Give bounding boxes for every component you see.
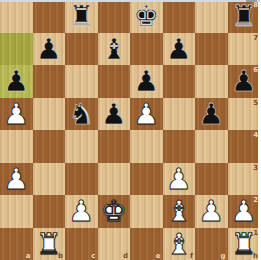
square-e5[interactable]: ♟ (130, 98, 163, 131)
square-c7[interactable] (65, 33, 98, 66)
square-a8[interactable] (0, 0, 33, 33)
page: { "game": "chess", "position": { "fen": … (0, 0, 260, 260)
square-f6[interactable] (163, 65, 196, 98)
square-h3[interactable]: 3 (228, 163, 261, 196)
file-label-d: d (123, 252, 128, 260)
square-e4[interactable] (130, 130, 163, 163)
square-b5[interactable] (33, 98, 66, 131)
square-a7[interactable] (0, 33, 33, 66)
square-b8[interactable] (33, 0, 66, 33)
square-g3[interactable] (195, 163, 228, 196)
square-g7[interactable] (195, 33, 228, 66)
square-c5[interactable]: ♞ (65, 98, 98, 131)
square-h6[interactable]: 6♟ (228, 65, 261, 98)
black-pawn-icon[interactable]: ♟ (166, 34, 192, 64)
square-e1[interactable]: e (130, 228, 163, 260)
white-pawn-icon[interactable]: ♟ (133, 99, 159, 129)
square-b7[interactable]: ♟ (33, 33, 66, 66)
page-edge (258, 0, 260, 260)
square-d4[interactable] (98, 130, 131, 163)
white-pawn-icon[interactable]: ♟ (198, 196, 224, 226)
square-a1[interactable]: a (0, 228, 33, 260)
white-rook-icon[interactable]: ♜ (231, 229, 257, 259)
square-b6[interactable] (33, 65, 66, 98)
file-label-g: g (220, 252, 225, 260)
square-d5[interactable]: ♟ (98, 98, 131, 131)
square-f3[interactable]: ♟ (163, 163, 196, 196)
square-c6[interactable] (65, 65, 98, 98)
square-c2[interactable]: ♟ (65, 195, 98, 228)
square-h7[interactable]: 7 (228, 33, 261, 66)
black-pawn-icon[interactable]: ♟ (133, 66, 159, 96)
square-f7[interactable]: ♟ (163, 33, 196, 66)
square-c1[interactable]: c (65, 228, 98, 260)
square-g2[interactable]: ♟ (195, 195, 228, 228)
square-d8[interactable] (98, 0, 131, 33)
white-rook-icon[interactable]: ♜ (36, 229, 62, 259)
white-bishop-icon[interactable]: ♝ (166, 229, 192, 259)
square-a5[interactable]: ♟ (0, 98, 33, 131)
square-f8[interactable] (163, 0, 196, 33)
square-g1[interactable]: g (195, 228, 228, 260)
square-a3[interactable]: ♟ (0, 163, 33, 196)
square-h5[interactable]: 5 (228, 98, 261, 131)
square-e2[interactable] (130, 195, 163, 228)
square-g4[interactable] (195, 130, 228, 163)
square-d6[interactable] (98, 65, 131, 98)
square-d7[interactable]: ♝ (98, 33, 131, 66)
square-e8[interactable]: ♚ (130, 0, 163, 33)
square-a4[interactable] (0, 130, 33, 163)
black-rook-icon[interactable]: ♜ (231, 1, 257, 31)
square-h1[interactable]: 1h♜ (228, 228, 261, 260)
square-c4[interactable] (65, 130, 98, 163)
black-pawn-icon[interactable]: ♟ (36, 34, 62, 64)
black-pawn-icon[interactable]: ♟ (231, 66, 257, 96)
scrollbar-track (0, 0, 260, 2)
white-pawn-icon[interactable]: ♟ (3, 99, 29, 129)
square-b3[interactable] (33, 163, 66, 196)
white-pawn-icon[interactable]: ♟ (68, 196, 94, 226)
square-g5[interactable]: ♟ (195, 98, 228, 131)
black-knight-icon[interactable]: ♞ (68, 99, 94, 129)
square-e7[interactable] (130, 33, 163, 66)
square-c3[interactable] (65, 163, 98, 196)
square-f4[interactable] (163, 130, 196, 163)
white-pawn-icon[interactable]: ♟ (231, 196, 257, 226)
square-a6[interactable]: ♟ (0, 65, 33, 98)
square-c8[interactable]: ♜ (65, 0, 98, 33)
black-pawn-icon[interactable]: ♟ (101, 99, 127, 129)
file-label-e: e (156, 252, 161, 260)
square-e3[interactable] (130, 163, 163, 196)
black-pawn-icon[interactable]: ♟ (198, 99, 224, 129)
square-d1[interactable]: d (98, 228, 131, 260)
square-e6[interactable]: ♟ (130, 65, 163, 98)
white-bishop-icon[interactable]: ♝ (166, 196, 192, 226)
white-pawn-icon[interactable]: ♟ (3, 164, 29, 194)
square-d2[interactable]: ♚ (98, 195, 131, 228)
black-bishop-icon[interactable]: ♝ (101, 34, 127, 64)
scrollbar-thumb[interactable] (246, 0, 257, 2)
black-pawn-icon[interactable]: ♟ (3, 66, 29, 96)
square-d3[interactable] (98, 163, 131, 196)
square-f2[interactable]: ♝ (163, 195, 196, 228)
file-label-c: c (91, 252, 95, 260)
file-label-a: a (26, 252, 31, 260)
square-b4[interactable] (33, 130, 66, 163)
square-b2[interactable] (33, 195, 66, 228)
square-h4[interactable]: 4 (228, 130, 261, 163)
square-g8[interactable] (195, 0, 228, 33)
square-a2[interactable] (0, 195, 33, 228)
black-king-icon[interactable]: ♚ (133, 1, 159, 31)
chess-board: ♜♚8♜♟♝♟7♟♟6♟♟♞♟♟♟54♟♟3♟♚♝♟2♟ab♜cdef♝g1h♜ (0, 0, 260, 260)
square-g6[interactable] (195, 65, 228, 98)
square-f5[interactable] (163, 98, 196, 131)
white-king-icon[interactable]: ♚ (101, 196, 127, 226)
white-pawn-icon[interactable]: ♟ (166, 164, 192, 194)
square-b1[interactable]: b♜ (33, 228, 66, 260)
black-rook-icon[interactable]: ♜ (68, 1, 94, 31)
square-h8[interactable]: 8♜ (228, 0, 261, 33)
square-h2[interactable]: 2♟ (228, 195, 261, 228)
square-f1[interactable]: f♝ (163, 228, 196, 260)
